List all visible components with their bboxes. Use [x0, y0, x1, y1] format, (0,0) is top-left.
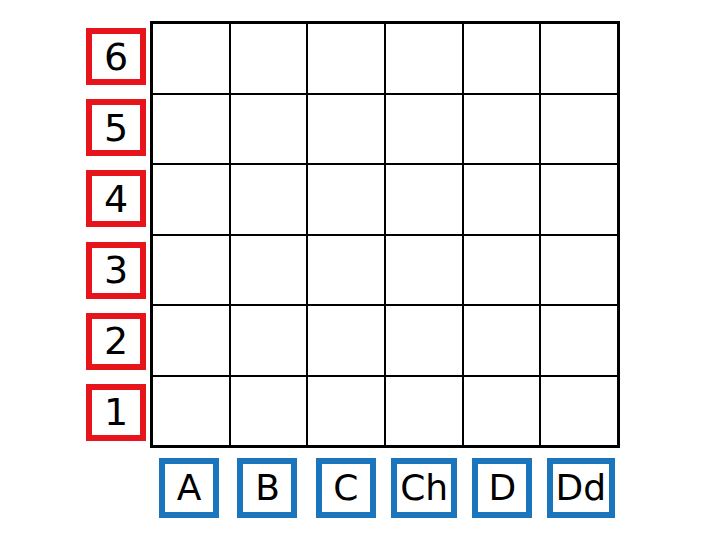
- board-cell-B2[interactable]: [231, 306, 307, 375]
- board-cell-A2[interactable]: [153, 306, 229, 375]
- col-label-D: D: [472, 458, 532, 518]
- board-cell-Ch1[interactable]: [386, 377, 462, 446]
- col-labels: ABCChDDd: [150, 458, 620, 518]
- board-cell-C5[interactable]: [308, 95, 384, 164]
- board-cell-B3[interactable]: [231, 236, 307, 305]
- board-cell-D5[interactable]: [464, 95, 540, 164]
- board-cell-C1[interactable]: [308, 377, 384, 446]
- board-cell-Ch2[interactable]: [386, 306, 462, 375]
- board-cell-C6[interactable]: [308, 24, 384, 93]
- board-grid: [150, 21, 620, 448]
- row-label-3: 3: [86, 242, 146, 299]
- row-label-1: 1: [86, 384, 146, 441]
- board-cell-B5[interactable]: [231, 95, 307, 164]
- board-cell-A6[interactable]: [153, 24, 229, 93]
- board-cell-Dd1[interactable]: [541, 377, 617, 446]
- col-label-A: A: [159, 458, 219, 518]
- board-cell-A5[interactable]: [153, 95, 229, 164]
- board-cell-Ch6[interactable]: [386, 24, 462, 93]
- board-cell-D1[interactable]: [464, 377, 540, 446]
- board-cell-C3[interactable]: [308, 236, 384, 305]
- col-label-C: C: [316, 458, 376, 518]
- row-label-5: 5: [86, 99, 146, 156]
- board-cell-Dd6[interactable]: [541, 24, 617, 93]
- board-cell-Ch3[interactable]: [386, 236, 462, 305]
- board-cell-D4[interactable]: [464, 165, 540, 234]
- board-cell-C4[interactable]: [308, 165, 384, 234]
- board-cell-Dd3[interactable]: [541, 236, 617, 305]
- board-cell-D2[interactable]: [464, 306, 540, 375]
- board-cell-A3[interactable]: [153, 236, 229, 305]
- board-cell-B6[interactable]: [231, 24, 307, 93]
- board-cell-Dd2[interactable]: [541, 306, 617, 375]
- board-cell-A4[interactable]: [153, 165, 229, 234]
- row-label-6: 6: [86, 28, 146, 85]
- row-labels: 654321: [86, 21, 146, 448]
- col-label-Dd: Dd: [547, 458, 616, 518]
- board-cell-Dd5[interactable]: [541, 95, 617, 164]
- board-cell-Ch5[interactable]: [386, 95, 462, 164]
- row-label-4: 4: [86, 170, 146, 227]
- board-cell-A1[interactable]: [153, 377, 229, 446]
- board-cell-B1[interactable]: [231, 377, 307, 446]
- board-cell-C2[interactable]: [308, 306, 384, 375]
- board-cell-Dd4[interactable]: [541, 165, 617, 234]
- board-cell-B4[interactable]: [231, 165, 307, 234]
- worksheet-canvas: 654321 ABCChDDd: [0, 0, 720, 540]
- board-cell-D3[interactable]: [464, 236, 540, 305]
- col-label-Ch: Ch: [391, 458, 457, 518]
- board-cell-Ch4[interactable]: [386, 165, 462, 234]
- col-label-B: B: [237, 458, 297, 518]
- row-label-2: 2: [86, 313, 146, 370]
- board-cell-D6[interactable]: [464, 24, 540, 93]
